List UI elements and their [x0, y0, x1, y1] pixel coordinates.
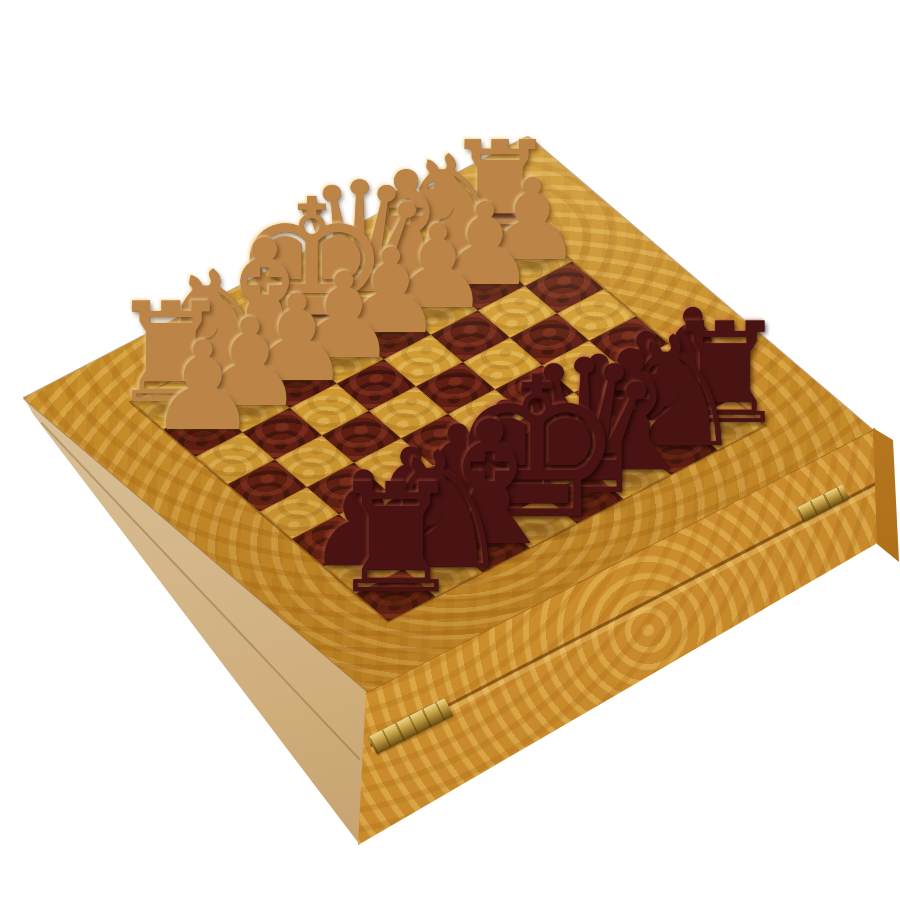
- chess-box-scene: ♜♞♝♛♚♝♞♜♟♟♟♟♟♟♟♟♟♟♟♟♟♟♟♟♜♞♝♛♚♝♞♜: [0, 0, 900, 900]
- piece-white-pawn[interactable]: ♟: [148, 326, 258, 449]
- brass-hinge-icon: [368, 698, 454, 755]
- piece-black-rook[interactable]: ♜: [328, 465, 463, 616]
